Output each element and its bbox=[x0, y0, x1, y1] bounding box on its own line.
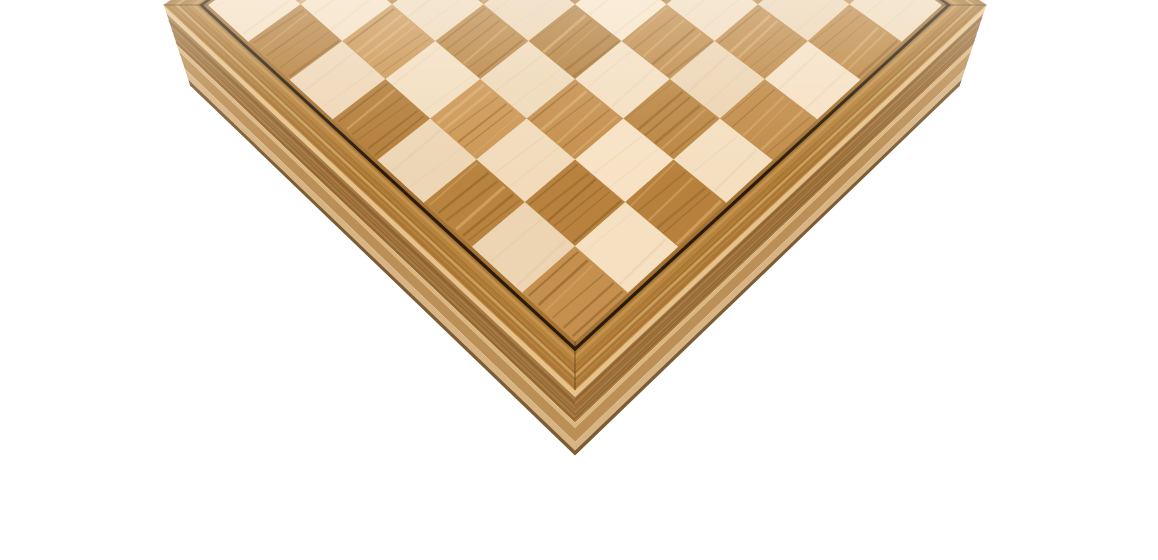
chessboard bbox=[0, 0, 1158, 560]
depth-haze bbox=[0, 0, 1158, 175]
board-photo bbox=[0, 0, 1158, 560]
